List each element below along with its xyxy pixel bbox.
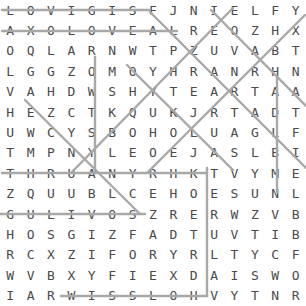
grid-cell-r6c3[interactable]: Z bbox=[41, 102, 61, 122]
grid-cell-r9c13[interactable]: Y bbox=[245, 163, 265, 183]
grid-cell-r11c8[interactable]: Z bbox=[143, 204, 163, 224]
grid-cell-r6c14[interactable]: D bbox=[265, 102, 285, 122]
grid-cell-r11c10[interactable]: E bbox=[184, 204, 204, 224]
grid-cell-r13c6[interactable]: F bbox=[102, 245, 122, 265]
grid-cell-r5c7[interactable]: H bbox=[122, 82, 142, 102]
grid-cell-r13c1[interactable]: R bbox=[0, 245, 20, 265]
grid-cell-r14c4[interactable]: X bbox=[61, 265, 81, 285]
grid-cell-r10c3[interactable]: U bbox=[41, 184, 61, 204]
grid-cell-r5c14[interactable]: A bbox=[265, 82, 285, 102]
grid-cell-r14c15[interactable]: O bbox=[285, 265, 305, 285]
grid-cell-r12c10[interactable]: T bbox=[184, 224, 204, 244]
grid-cell-r6c1[interactable]: H bbox=[0, 102, 20, 122]
grid-cell-r15c12[interactable]: Y bbox=[224, 285, 244, 305]
grid-cell-r14c9[interactable]: X bbox=[163, 265, 183, 285]
grid-cell-r3c1[interactable]: O bbox=[0, 41, 20, 61]
grid-cell-r10c9[interactable]: H bbox=[163, 184, 183, 204]
grid-cell-r6c6[interactable]: K bbox=[102, 102, 122, 122]
grid-cell-r5c4[interactable]: D bbox=[61, 82, 81, 102]
grid-cell-r1c6[interactable]: I bbox=[102, 0, 122, 20]
grid-cell-r11c7[interactable]: S bbox=[122, 204, 142, 224]
grid-cell-r7c1[interactable]: U bbox=[0, 122, 20, 142]
grid-cell-r4c8[interactable]: Y bbox=[143, 61, 163, 81]
grid-cell-r15c13[interactable]: T bbox=[245, 285, 265, 305]
grid-cell-r5c2[interactable]: A bbox=[20, 82, 40, 102]
grid-cell-r4c15[interactable]: N bbox=[285, 61, 305, 81]
grid-cell-r3c14[interactable]: B bbox=[265, 41, 285, 61]
grid-cell-r7c6[interactable]: B bbox=[102, 122, 122, 142]
grid-cell-r7c11[interactable]: U bbox=[204, 122, 224, 142]
grid-cell-r7c4[interactable]: Y bbox=[61, 122, 81, 142]
grid-cell-r13c2[interactable]: C bbox=[20, 245, 40, 265]
grid-cell-r2c15[interactable]: X bbox=[285, 20, 305, 40]
grid-cell-r3c6[interactable]: N bbox=[102, 41, 122, 61]
grid-cell-r15c9[interactable]: O bbox=[163, 285, 183, 305]
grid-cell-r2c2[interactable]: X bbox=[20, 20, 40, 40]
grid-cell-r8c10[interactable]: J bbox=[184, 143, 204, 163]
grid-cell-r10c15[interactable]: L bbox=[285, 184, 305, 204]
grid-cell-r1c12[interactable]: E bbox=[224, 0, 244, 20]
grid-cell-r4c13[interactable]: R bbox=[245, 61, 265, 81]
grid-cell-r11c14[interactable]: V bbox=[265, 204, 285, 224]
grid-cell-r7c3[interactable]: C bbox=[41, 122, 61, 142]
grid-cell-r8c13[interactable]: L bbox=[245, 143, 265, 163]
grid-cell-r7c2[interactable]: W bbox=[20, 122, 40, 142]
grid-cell-r4c4[interactable]: Z bbox=[61, 61, 81, 81]
grid-cell-r7c5[interactable]: S bbox=[82, 122, 102, 142]
grid-cell-r2c11[interactable]: E bbox=[204, 20, 224, 40]
grid-cell-r11c9[interactable]: R bbox=[163, 204, 183, 224]
grid-cell-r15c8[interactable]: L bbox=[143, 285, 163, 305]
grid-cell-r3c10[interactable]: Z bbox=[184, 41, 204, 61]
grid-cell-r10c7[interactable]: C bbox=[122, 184, 142, 204]
grid-cell-r4c12[interactable]: N bbox=[224, 61, 244, 81]
grid-cell-r11c11[interactable]: R bbox=[204, 204, 224, 224]
grid-cell-r2c9[interactable]: L bbox=[163, 20, 183, 40]
grid-cell-r9c6[interactable]: N bbox=[102, 163, 122, 183]
grid-cell-r2c7[interactable]: E bbox=[122, 20, 142, 40]
grid-cell-r11c5[interactable]: V bbox=[82, 204, 102, 224]
grid-cell-r13c14[interactable]: C bbox=[265, 245, 285, 265]
grid-cell-r10c4[interactable]: U bbox=[61, 184, 81, 204]
grid-cell-r4c2[interactable]: G bbox=[20, 61, 40, 81]
grid-cell-r12c9[interactable]: D bbox=[163, 224, 183, 244]
grid-cell-r8c1[interactable]: T bbox=[0, 143, 20, 163]
grid-cell-r5c13[interactable]: T bbox=[245, 82, 265, 102]
grid-cell-r9c2[interactable]: H bbox=[20, 163, 40, 183]
grid-cell-r14c8[interactable]: E bbox=[143, 265, 163, 285]
grid-cell-r3c15[interactable]: T bbox=[285, 41, 305, 61]
grid-cell-r1c5[interactable]: G bbox=[82, 0, 102, 20]
grid-cell-r6c9[interactable]: K bbox=[163, 102, 183, 122]
grid-cell-r9c9[interactable]: H bbox=[163, 163, 183, 183]
grid-cell-r8c12[interactable]: S bbox=[224, 143, 244, 163]
grid-cell-r7c7[interactable]: O bbox=[122, 122, 142, 142]
grid-cell-r6c13[interactable]: A bbox=[245, 102, 265, 122]
grid-cell-r6c12[interactable]: T bbox=[224, 102, 244, 122]
grid-cell-r3c13[interactable]: A bbox=[245, 41, 265, 61]
grid-cell-r1c15[interactable]: Y bbox=[285, 0, 305, 20]
grid-cell-r7c12[interactable]: A bbox=[224, 122, 244, 142]
grid-cell-r6c4[interactable]: C bbox=[61, 102, 81, 122]
grid-cell-r6c2[interactable]: E bbox=[20, 102, 40, 122]
grid-cell-r2c13[interactable]: Z bbox=[245, 20, 265, 40]
grid-cell-r13c7[interactable]: O bbox=[122, 245, 142, 265]
grid-cell-r10c12[interactable]: S bbox=[224, 184, 244, 204]
grid-cell-r9c7[interactable]: Y bbox=[122, 163, 142, 183]
grid-cell-r14c13[interactable]: S bbox=[245, 265, 265, 285]
grid-cell-r2c5[interactable]: O bbox=[82, 20, 102, 40]
grid-cell-r7c8[interactable]: H bbox=[143, 122, 163, 142]
grid-cell-r1c13[interactable]: L bbox=[245, 0, 265, 20]
grid-cell-r8c15[interactable]: I bbox=[285, 143, 305, 163]
grid-cell-r2c1[interactable]: A bbox=[0, 20, 20, 40]
grid-cell-r5c3[interactable]: H bbox=[41, 82, 61, 102]
grid-cell-r3c4[interactable]: A bbox=[61, 41, 81, 61]
grid-cell-r13c15[interactable]: F bbox=[285, 245, 305, 265]
grid-cell-r6c8[interactable]: U bbox=[143, 102, 163, 122]
grid-cell-r5c10[interactable]: E bbox=[184, 82, 204, 102]
grid-cell-r1c7[interactable]: S bbox=[122, 0, 142, 20]
grid-cell-r12c14[interactable]: I bbox=[265, 224, 285, 244]
grid-cell-r5c12[interactable]: R bbox=[224, 82, 244, 102]
grid-cell-r4c5[interactable]: O bbox=[82, 61, 102, 81]
grid-cell-r11c6[interactable]: O bbox=[102, 204, 122, 224]
grid-cell-r9c10[interactable]: K bbox=[184, 163, 204, 183]
grid-cell-r10c1[interactable]: Z bbox=[0, 184, 20, 204]
grid-cell-r3c2[interactable]: Q bbox=[20, 41, 40, 61]
grid-cell-r4c11[interactable]: A bbox=[204, 61, 224, 81]
grid-cell-r3c8[interactable]: T bbox=[143, 41, 163, 61]
grid-cell-r14c12[interactable]: I bbox=[224, 265, 244, 285]
grid-cell-r9c1[interactable]: T bbox=[0, 163, 20, 183]
grid-cell-r5c9[interactable]: T bbox=[163, 82, 183, 102]
grid-cell-r12c2[interactable]: O bbox=[20, 224, 40, 244]
grid-cell-r2c8[interactable]: A bbox=[143, 20, 163, 40]
grid-cell-r9c4[interactable]: U bbox=[61, 163, 81, 183]
grid-cell-r5c6[interactable]: S bbox=[102, 82, 122, 102]
grid-cell-r6c10[interactable]: J bbox=[184, 102, 204, 122]
grid-cell-r5c15[interactable]: A bbox=[285, 82, 305, 102]
grid-cell-r10c5[interactable]: B bbox=[82, 184, 102, 204]
grid-cell-r12c6[interactable]: Z bbox=[102, 224, 122, 244]
grid-cell-r14c5[interactable]: Y bbox=[82, 265, 102, 285]
grid-cell-r10c10[interactable]: O bbox=[184, 184, 204, 204]
grid-cell-r11c12[interactable]: W bbox=[224, 204, 244, 224]
grid-cell-r2c4[interactable]: L bbox=[61, 20, 81, 40]
grid-cell-r14c1[interactable]: W bbox=[0, 265, 20, 285]
grid-cell-r7c15[interactable]: F bbox=[285, 122, 305, 142]
grid-cell-r15c15[interactable]: R bbox=[285, 285, 305, 305]
grid-cell-r14c3[interactable]: B bbox=[41, 265, 61, 285]
grid-cell-r8c8[interactable]: O bbox=[143, 143, 163, 163]
grid-cell-r8c2[interactable]: M bbox=[20, 143, 40, 163]
grid-cell-r15c6[interactable]: S bbox=[102, 285, 122, 305]
grid-cell-r14c6[interactable]: F bbox=[102, 265, 122, 285]
grid-cell-r12c11[interactable]: U bbox=[204, 224, 224, 244]
grid-cell-r8c6[interactable]: L bbox=[102, 143, 122, 163]
grid-cell-r1c3[interactable]: V bbox=[41, 0, 61, 20]
grid-cell-r12c13[interactable]: T bbox=[245, 224, 265, 244]
grid-cell-r9c3[interactable]: R bbox=[41, 163, 61, 183]
grid-cell-r7c9[interactable]: O bbox=[163, 122, 183, 142]
grid-cell-r12c12[interactable]: V bbox=[224, 224, 244, 244]
grid-cell-r14c7[interactable]: I bbox=[122, 265, 142, 285]
grid-cell-r1c4[interactable]: I bbox=[61, 0, 81, 20]
grid-cell-r7c14[interactable]: L bbox=[265, 122, 285, 142]
grid-cell-r9c8[interactable]: R bbox=[143, 163, 163, 183]
grid-cell-r2c6[interactable]: V bbox=[102, 20, 122, 40]
grid-cell-r9c14[interactable]: M bbox=[265, 163, 285, 183]
grid-cell-r3c3[interactable]: L bbox=[41, 41, 61, 61]
grid-cell-r2c10[interactable]: R bbox=[184, 20, 204, 40]
grid-cell-r8c4[interactable]: N bbox=[61, 143, 81, 163]
grid-cell-r11c13[interactable]: Z bbox=[245, 204, 265, 224]
grid-cell-r1c9[interactable]: J bbox=[163, 0, 183, 20]
grid-cell-r10c8[interactable]: E bbox=[143, 184, 163, 204]
letter-grid: LOVIGISFJNIELFYAXOLOVEALREOZHXOQLARNWTPZ… bbox=[0, 0, 306, 306]
grid-cell-r13c9[interactable]: Y bbox=[163, 245, 183, 265]
grid-cell-r6c11[interactable]: R bbox=[204, 102, 224, 122]
grid-cell-r8c3[interactable]: P bbox=[41, 143, 61, 163]
grid-cell-r1c2[interactable]: O bbox=[20, 0, 40, 20]
grid-cell-r15c4[interactable]: W bbox=[61, 285, 81, 305]
grid-cell-r1c14[interactable]: F bbox=[265, 0, 285, 20]
grid-cell-r15c2[interactable]: A bbox=[20, 285, 40, 305]
grid-cell-r14c11[interactable]: A bbox=[204, 265, 224, 285]
grid-cell-r15c11[interactable]: V bbox=[204, 285, 224, 305]
grid-cell-r4c7[interactable]: O bbox=[122, 61, 142, 81]
grid-cell-r12c4[interactable]: G bbox=[61, 224, 81, 244]
grid-cell-r5c11[interactable]: A bbox=[204, 82, 224, 102]
grid-cell-r12c1[interactable]: H bbox=[0, 224, 20, 244]
grid-cell-r11c2[interactable]: U bbox=[20, 204, 40, 224]
grid-cell-r3c11[interactable]: U bbox=[204, 41, 224, 61]
grid-cell-r12c8[interactable]: A bbox=[143, 224, 163, 244]
grid-cell-r15c10[interactable]: H bbox=[184, 285, 204, 305]
grid-cell-r4c10[interactable]: R bbox=[184, 61, 204, 81]
grid-cell-r8c5[interactable]: Y bbox=[82, 143, 102, 163]
grid-cell-r11c4[interactable]: I bbox=[61, 204, 81, 224]
grid-cell-r6c15[interactable]: T bbox=[285, 102, 305, 122]
grid-cell-r9c12[interactable]: V bbox=[224, 163, 244, 183]
grid-cell-r10c6[interactable]: L bbox=[102, 184, 122, 204]
grid-cell-r12c5[interactable]: I bbox=[82, 224, 102, 244]
grid-cell-r13c5[interactable]: I bbox=[82, 245, 102, 265]
grid-cell-r4c9[interactable]: H bbox=[163, 61, 183, 81]
grid-cell-r13c4[interactable]: Z bbox=[61, 245, 81, 265]
grid-cell-r1c11[interactable]: I bbox=[204, 0, 224, 20]
grid-cell-r13c12[interactable]: T bbox=[224, 245, 244, 265]
grid-cell-r2c3[interactable]: O bbox=[41, 20, 61, 40]
grid-cell-r14c10[interactable]: D bbox=[184, 265, 204, 285]
grid-cell-r8c14[interactable]: B bbox=[265, 143, 285, 163]
grid-cell-r5c5[interactable]: W bbox=[82, 82, 102, 102]
grid-cell-r10c11[interactable]: E bbox=[204, 184, 224, 204]
grid-cell-r3c7[interactable]: W bbox=[122, 41, 142, 61]
grid-cell-r6c5[interactable]: T bbox=[82, 102, 102, 122]
grid-cell-r3c12[interactable]: V bbox=[224, 41, 244, 61]
grid-cell-r7c10[interactable]: L bbox=[184, 122, 204, 142]
grid-cell-r4c6[interactable]: M bbox=[102, 61, 122, 81]
word-search-board: LOVIGISFJNIELFYAXOLOVEALREOZHXOQLARNWTPZ… bbox=[0, 0, 306, 306]
grid-cell-r11c1[interactable]: G bbox=[0, 204, 20, 224]
grid-cell-r8c9[interactable]: E bbox=[163, 143, 183, 163]
grid-cell-r14c14[interactable]: W bbox=[265, 265, 285, 285]
grid-cell-r10c13[interactable]: U bbox=[245, 184, 265, 204]
grid-cell-r15c5[interactable]: I bbox=[82, 285, 102, 305]
grid-cell-r1c1[interactable]: L bbox=[0, 0, 20, 20]
grid-cell-r13c3[interactable]: X bbox=[41, 245, 61, 265]
grid-cell-r1c8[interactable]: F bbox=[143, 0, 163, 20]
grid-cell-r14c2[interactable]: V bbox=[20, 265, 40, 285]
grid-cell-r13c11[interactable]: L bbox=[204, 245, 224, 265]
grid-cell-r9c11[interactable]: T bbox=[204, 163, 224, 183]
grid-cell-r12c3[interactable]: S bbox=[41, 224, 61, 244]
grid-cell-r2c12[interactable]: O bbox=[224, 20, 244, 40]
grid-cell-r11c15[interactable]: B bbox=[285, 204, 305, 224]
grid-cell-r8c11[interactable]: A bbox=[204, 143, 224, 163]
grid-cell-r10c14[interactable]: N bbox=[265, 184, 285, 204]
grid-cell-r15c3[interactable]: R bbox=[41, 285, 61, 305]
grid-cell-r12c15[interactable]: B bbox=[285, 224, 305, 244]
grid-cell-r13c13[interactable]: Y bbox=[245, 245, 265, 265]
grid-cell-r4c14[interactable]: H bbox=[265, 61, 285, 81]
grid-cell-r2c14[interactable]: H bbox=[265, 20, 285, 40]
grid-cell-r3c5[interactable]: R bbox=[82, 41, 102, 61]
grid-cell-r4c3[interactable]: G bbox=[41, 61, 61, 81]
grid-cell-r9c5[interactable]: A bbox=[82, 163, 102, 183]
grid-cell-r8c7[interactable]: E bbox=[122, 143, 142, 163]
grid-cell-r1c10[interactable]: N bbox=[184, 0, 204, 20]
grid-cell-r6c7[interactable]: Q bbox=[122, 102, 142, 122]
grid-cell-r15c14[interactable]: N bbox=[265, 285, 285, 305]
grid-cell-r4c1[interactable]: L bbox=[0, 61, 20, 81]
grid-cell-r12c7[interactable]: F bbox=[122, 224, 142, 244]
grid-cell-r13c8[interactable]: R bbox=[143, 245, 163, 265]
grid-cell-r13c10[interactable]: R bbox=[184, 245, 204, 265]
grid-cell-r10c2[interactable]: Q bbox=[20, 184, 40, 204]
grid-cell-r5c1[interactable]: V bbox=[0, 82, 20, 102]
grid-cell-r5c8[interactable]: Y bbox=[143, 82, 163, 102]
grid-cell-r15c1[interactable]: I bbox=[0, 285, 20, 305]
grid-cell-r15c7[interactable]: S bbox=[122, 285, 142, 305]
grid-cell-r9c15[interactable]: E bbox=[285, 163, 305, 183]
grid-cell-r3c9[interactable]: P bbox=[163, 41, 183, 61]
grid-cell-r11c3[interactable]: L bbox=[41, 204, 61, 224]
grid-cell-r7c13[interactable]: G bbox=[245, 122, 265, 142]
